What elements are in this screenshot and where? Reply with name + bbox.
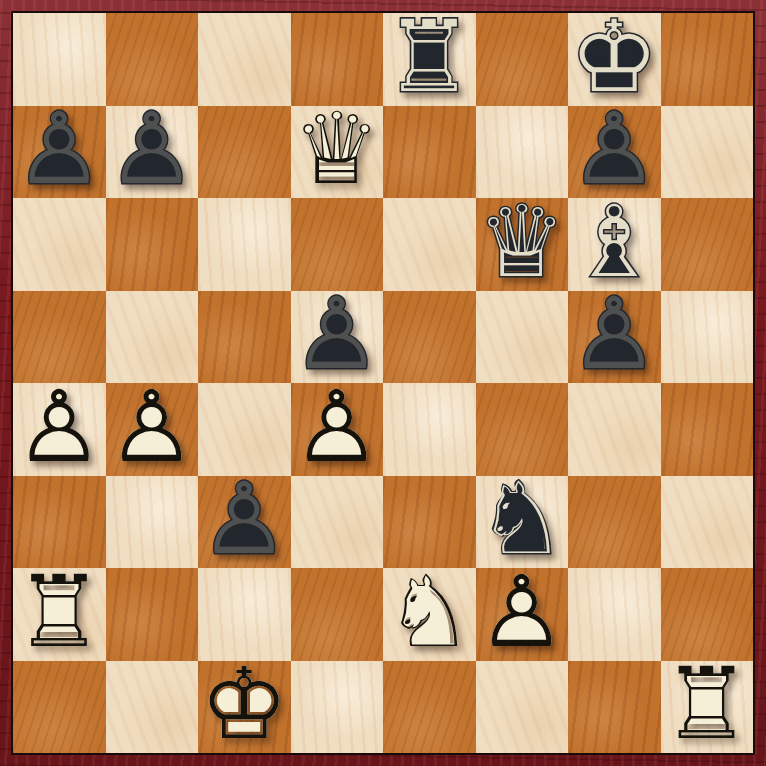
square-c6[interactable] xyxy=(198,198,291,291)
square-a6[interactable] xyxy=(13,198,106,291)
square-g2[interactable] xyxy=(568,568,661,661)
black-pawn-outline-icon: ♙ xyxy=(568,103,661,196)
black-bishop-outline-icon: ♗ xyxy=(568,195,661,288)
square-b3[interactable] xyxy=(106,476,199,569)
black-pawn-outline-icon: ♙ xyxy=(568,288,661,381)
piece-black-pawn-c3[interactable]: ♟♙ xyxy=(198,476,291,569)
square-e7[interactable] xyxy=(383,106,476,199)
square-e2[interactable]: ♞♘ xyxy=(383,568,476,661)
white-pawn-outline-icon: ♙ xyxy=(291,380,384,473)
square-a4[interactable]: ♟♙ xyxy=(13,383,106,476)
square-b2[interactable] xyxy=(106,568,199,661)
piece-white-pawn-b4[interactable]: ♟♙ xyxy=(106,383,199,476)
square-b4[interactable]: ♟♙ xyxy=(106,383,199,476)
square-c5[interactable] xyxy=(198,291,291,384)
square-d3[interactable] xyxy=(291,476,384,569)
black-rook-outline-icon: ♖ xyxy=(383,10,476,103)
square-c3[interactable]: ♟♙ xyxy=(198,476,291,569)
square-a7[interactable]: ♟♙ xyxy=(13,106,106,199)
square-g5[interactable]: ♟♙ xyxy=(568,291,661,384)
black-pawn-outline-icon: ♙ xyxy=(198,473,291,566)
square-a2[interactable]: ♜♖ xyxy=(13,568,106,661)
piece-black-pawn-b7[interactable]: ♟♙ xyxy=(106,106,199,199)
square-h4[interactable] xyxy=(661,383,754,476)
black-knight-outline-icon: ♘ xyxy=(476,473,569,566)
square-g4[interactable] xyxy=(568,383,661,476)
piece-white-knight-e2[interactable]: ♞♘ xyxy=(383,568,476,661)
board-frame: ♜♖♚♔♟♙♟♙♛♕♟♙♛♕♝♗♟♙♟♙♟♙♟♙♟♙♟♙♞♘♜♖♞♘♟♙♚♔♜♖ xyxy=(0,0,766,766)
square-h7[interactable] xyxy=(661,106,754,199)
white-queen-outline-icon: ♕ xyxy=(291,103,384,196)
square-f8[interactable] xyxy=(476,13,569,106)
black-queen-outline-icon: ♕ xyxy=(476,195,569,288)
square-d4[interactable]: ♟♙ xyxy=(291,383,384,476)
square-a1[interactable] xyxy=(13,661,106,754)
square-e6[interactable] xyxy=(383,198,476,291)
black-pawn-outline-icon: ♙ xyxy=(106,103,199,196)
square-f2[interactable]: ♟♙ xyxy=(476,568,569,661)
square-c1[interactable]: ♚♔ xyxy=(198,661,291,754)
square-h6[interactable] xyxy=(661,198,754,291)
piece-white-pawn-d4[interactable]: ♟♙ xyxy=(291,383,384,476)
white-rook-outline-icon: ♖ xyxy=(13,565,106,658)
white-pawn-outline-icon: ♙ xyxy=(13,380,106,473)
square-h5[interactable] xyxy=(661,291,754,384)
piece-white-rook-h1[interactable]: ♜♖ xyxy=(661,661,754,754)
square-d2[interactable] xyxy=(291,568,384,661)
square-b7[interactable]: ♟♙ xyxy=(106,106,199,199)
square-e4[interactable] xyxy=(383,383,476,476)
square-d7[interactable]: ♛♕ xyxy=(291,106,384,199)
piece-white-king-c1[interactable]: ♚♔ xyxy=(198,661,291,754)
square-c7[interactable] xyxy=(198,106,291,199)
black-king-outline-icon: ♔ xyxy=(568,10,661,103)
square-e1[interactable] xyxy=(383,661,476,754)
white-king-outline-icon: ♔ xyxy=(198,658,291,751)
piece-black-pawn-g5[interactable]: ♟♙ xyxy=(568,291,661,384)
square-f5[interactable] xyxy=(476,291,569,384)
square-d1[interactable] xyxy=(291,661,384,754)
piece-black-queen-f6[interactable]: ♛♕ xyxy=(476,198,569,291)
square-e8[interactable]: ♜♖ xyxy=(383,13,476,106)
piece-white-rook-a2[interactable]: ♜♖ xyxy=(13,568,106,661)
piece-black-rook-e8[interactable]: ♜♖ xyxy=(383,13,476,106)
square-c8[interactable] xyxy=(198,13,291,106)
piece-white-queen-d7[interactable]: ♛♕ xyxy=(291,106,384,199)
white-pawn-outline-icon: ♙ xyxy=(106,380,199,473)
white-pawn-outline-icon: ♙ xyxy=(476,565,569,658)
white-rook-outline-icon: ♖ xyxy=(661,658,754,751)
square-f1[interactable] xyxy=(476,661,569,754)
square-b6[interactable] xyxy=(106,198,199,291)
piece-white-pawn-f2[interactable]: ♟♙ xyxy=(476,568,569,661)
square-h8[interactable] xyxy=(661,13,754,106)
square-g1[interactable] xyxy=(568,661,661,754)
square-g3[interactable] xyxy=(568,476,661,569)
chess-board: ♜♖♚♔♟♙♟♙♛♕♟♙♛♕♝♗♟♙♟♙♟♙♟♙♟♙♟♙♞♘♜♖♞♘♟♙♚♔♜♖ xyxy=(11,11,755,755)
piece-white-pawn-a4[interactable]: ♟♙ xyxy=(13,383,106,476)
square-h3[interactable] xyxy=(661,476,754,569)
square-h1[interactable]: ♜♖ xyxy=(661,661,754,754)
black-pawn-outline-icon: ♙ xyxy=(291,288,384,381)
square-f6[interactable]: ♛♕ xyxy=(476,198,569,291)
black-pawn-outline-icon: ♙ xyxy=(13,103,106,196)
square-b1[interactable] xyxy=(106,661,199,754)
white-knight-outline-icon: ♘ xyxy=(383,565,476,658)
piece-black-pawn-a7[interactable]: ♟♙ xyxy=(13,106,106,199)
square-e5[interactable] xyxy=(383,291,476,384)
